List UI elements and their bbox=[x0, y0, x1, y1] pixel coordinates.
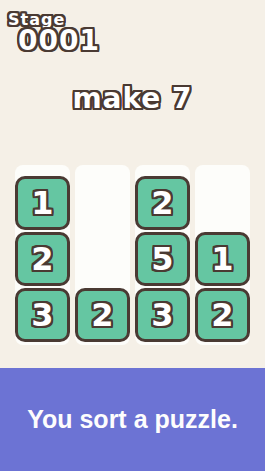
board[interactable]: 122513232 bbox=[15, 165, 250, 345]
tile-r3-c4[interactable]: 2 bbox=[195, 288, 250, 342]
tile-r1-c1[interactable]: 1 bbox=[15, 176, 70, 230]
banner: You sort a puzzle. bbox=[0, 368, 265, 471]
stage-number: 0001 bbox=[18, 24, 100, 57]
tile-r3-c2[interactable]: 2 bbox=[75, 288, 130, 342]
tile-r2-c1[interactable]: 2 bbox=[15, 232, 70, 286]
tile-r3-c1[interactable]: 3 bbox=[15, 288, 70, 342]
tile-r2-c3[interactable]: 5 bbox=[135, 232, 190, 286]
banner-caption: You sort a puzzle. bbox=[27, 405, 238, 434]
tile-r3-c3[interactable]: 3 bbox=[135, 288, 190, 342]
tile-r2-c4[interactable]: 1 bbox=[195, 232, 250, 286]
tile-r1-c3[interactable]: 2 bbox=[135, 176, 190, 230]
goal-text: make 7 bbox=[0, 82, 265, 115]
